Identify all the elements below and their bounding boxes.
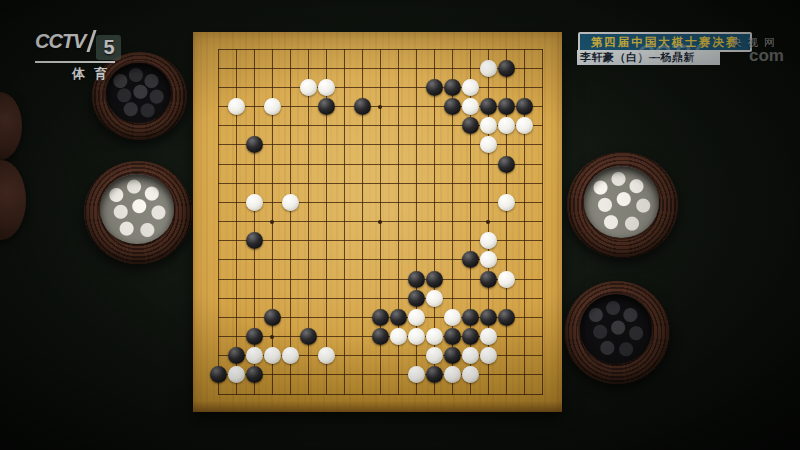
logo-underline <box>35 61 115 63</box>
white-stone <box>246 347 263 364</box>
black-stone <box>498 309 515 326</box>
white-stone <box>480 328 497 345</box>
white-stone <box>318 347 335 364</box>
black-stone <box>300 328 317 345</box>
black-stone <box>390 309 407 326</box>
white-stone <box>444 309 461 326</box>
black-stone <box>228 347 245 364</box>
black-stone <box>408 271 425 288</box>
white-stone <box>498 194 515 211</box>
grid-line-horizontal <box>218 394 543 395</box>
white-stone <box>246 194 263 211</box>
white-stone <box>282 347 299 364</box>
tv-broadcast-screen: { "game": "go", "board": { "size": 19, "… <box>0 0 800 450</box>
grid-line-vertical <box>542 49 543 395</box>
black-stone <box>498 98 515 115</box>
black-stone <box>444 328 461 345</box>
white-stones-in-bowl <box>584 166 659 238</box>
cctv5-channel-logo: CCTV5 体育 <box>35 30 121 83</box>
white-stone <box>426 290 443 307</box>
white-stone <box>282 194 299 211</box>
white-stone <box>408 309 425 326</box>
white-stone <box>462 98 479 115</box>
cctv-wordmark: CCTV <box>35 30 85 53</box>
star-point <box>486 220 490 224</box>
bowl-white-mid-left <box>84 161 192 264</box>
grid-line-horizontal <box>218 298 543 299</box>
black-stone <box>372 309 389 326</box>
black-stone <box>480 98 497 115</box>
star-point <box>270 220 274 224</box>
white-stone <box>516 117 533 134</box>
black-stone <box>480 271 497 288</box>
white-stones-in-bowl <box>100 174 173 244</box>
black-stone <box>462 328 479 345</box>
channel-number-badge: 5 <box>96 35 121 60</box>
black-stone <box>462 251 479 268</box>
white-stone <box>498 271 515 288</box>
black-stone <box>408 290 425 307</box>
black-stone <box>444 98 461 115</box>
white-stone <box>498 117 515 134</box>
white-stone <box>408 328 425 345</box>
black-stone <box>372 328 389 345</box>
white-stone <box>426 347 443 364</box>
go-board <box>193 32 562 412</box>
black-stone <box>264 309 281 326</box>
white-stone <box>480 117 497 134</box>
black-stone <box>516 98 533 115</box>
black-stones-in-bowl <box>580 294 652 364</box>
black-stone <box>480 309 497 326</box>
white-stone <box>462 347 479 364</box>
bowl-lid-partial <box>0 160 26 240</box>
white-stone <box>480 136 497 153</box>
black-stone <box>318 98 335 115</box>
white-stone <box>300 79 317 96</box>
cctv-watermark-logo: CCTV <box>637 41 700 68</box>
black-stone <box>246 328 263 345</box>
white-stone <box>228 98 245 115</box>
bowl-black-bottom-right <box>564 281 670 384</box>
black-stone <box>498 156 515 173</box>
cctv-watermark-com: com <box>749 46 784 66</box>
white-stone <box>228 366 245 383</box>
bowl-lid-partial <box>0 92 22 160</box>
star-point <box>378 220 382 224</box>
black-stone <box>210 366 227 383</box>
white-stone <box>462 79 479 96</box>
black-stone <box>246 366 263 383</box>
black-stone <box>426 271 443 288</box>
black-stone <box>444 79 461 96</box>
black-stone <box>426 79 443 96</box>
white-stone <box>426 328 443 345</box>
bowl-white-mid-right <box>567 152 678 258</box>
star-point <box>270 335 274 339</box>
white-stone <box>318 79 335 96</box>
black-stone <box>246 232 263 249</box>
white-stone <box>480 60 497 77</box>
black-stone <box>462 309 479 326</box>
white-stone <box>480 232 497 249</box>
black-stone <box>498 60 515 77</box>
channel-name-label: 体育 <box>72 65 121 83</box>
grid-line-horizontal <box>218 374 543 375</box>
black-stone <box>246 136 263 153</box>
white-stone <box>444 366 461 383</box>
white-stone <box>264 98 281 115</box>
white-stone <box>480 251 497 268</box>
white-stone <box>264 347 281 364</box>
white-stone <box>462 366 479 383</box>
white-stone <box>480 347 497 364</box>
black-stone <box>462 117 479 134</box>
go-board-grid <box>218 49 542 394</box>
white-stone <box>390 328 407 345</box>
black-stone <box>354 98 371 115</box>
star-point <box>378 105 382 109</box>
black-stone <box>444 347 461 364</box>
white-stone <box>408 366 425 383</box>
black-stone <box>426 366 443 383</box>
